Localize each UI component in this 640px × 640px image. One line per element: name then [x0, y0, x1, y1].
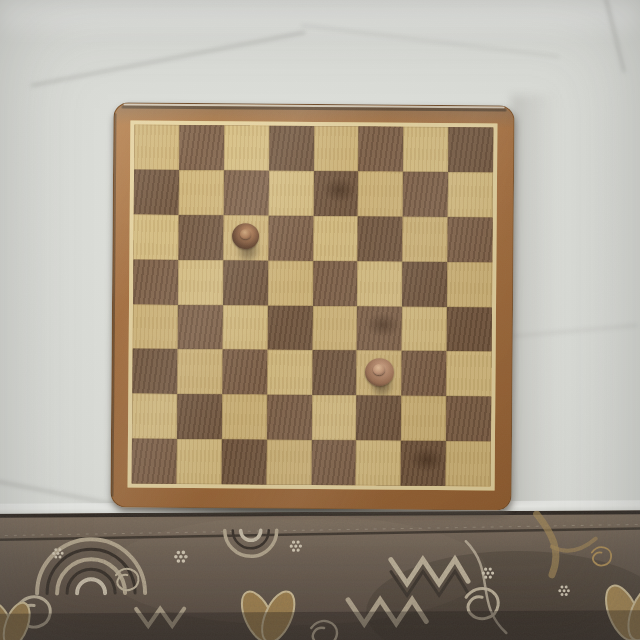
- board-square: [221, 439, 266, 484]
- board-square: [133, 304, 178, 349]
- board-square: [446, 351, 491, 396]
- board-square: [177, 349, 222, 394]
- board-square: [448, 127, 493, 172]
- board-square: [446, 441, 491, 486]
- board-square: [403, 172, 448, 217]
- board-square: [223, 170, 268, 215]
- board-square: [132, 394, 177, 439]
- board-square: [447, 217, 492, 262]
- sheet-shade-right-of-board: [511, 95, 557, 510]
- board-square: [177, 394, 222, 439]
- board-square: [402, 306, 447, 351]
- board-square: [178, 260, 223, 305]
- board-square: [401, 441, 446, 486]
- board-square: [314, 126, 359, 171]
- board-square: [222, 350, 267, 395]
- board-square: [447, 262, 492, 307]
- board-square: [222, 395, 267, 440]
- photo-scene: [0, 0, 640, 640]
- board-square: [402, 351, 447, 396]
- board-square: [132, 439, 177, 484]
- board-inlay-border: [128, 121, 498, 491]
- chessboard: [110, 102, 514, 510]
- board-square: [267, 305, 312, 350]
- board-square: [268, 215, 313, 260]
- board-square: [403, 127, 448, 172]
- chess-grid: [132, 125, 494, 487]
- board-square: [176, 439, 221, 484]
- board-square: [222, 305, 267, 350]
- board-square: [403, 216, 448, 261]
- board-square: [401, 396, 446, 441]
- board-square: [357, 351, 402, 396]
- couch-fabric: [0, 510, 640, 640]
- board-square: [356, 440, 401, 485]
- board-left-edge-shadow: [112, 113, 117, 496]
- board-square: [402, 261, 447, 306]
- sheet-fold: [0, 480, 118, 506]
- board-square: [358, 216, 403, 261]
- board-square: [134, 125, 179, 170]
- board-square: [446, 396, 491, 441]
- board-square: [268, 260, 313, 305]
- board-square: [357, 261, 402, 306]
- board-square: [448, 172, 493, 217]
- board-square: [267, 350, 312, 395]
- board-square: [178, 215, 223, 260]
- board-square: [311, 395, 356, 440]
- board-square: [132, 349, 177, 394]
- board-square: [313, 171, 358, 216]
- board-square: [313, 216, 358, 261]
- board-square: [223, 260, 268, 305]
- black-pawn: [232, 223, 259, 249]
- board-square: [133, 259, 178, 304]
- board-square: [312, 306, 357, 351]
- board-square: [224, 125, 269, 170]
- board-square: [269, 126, 314, 171]
- board-square: [179, 125, 224, 170]
- board-square: [268, 171, 313, 216]
- board-square: [358, 171, 403, 216]
- white-pawn: [365, 358, 394, 386]
- board-square: [357, 306, 402, 351]
- board-square: [356, 396, 401, 441]
- board-square: [312, 350, 357, 395]
- board-square: [313, 261, 358, 306]
- board-square: [447, 307, 492, 352]
- board-square: [133, 214, 178, 259]
- board-square: [267, 395, 312, 440]
- board-square: [266, 440, 311, 485]
- board-square: [134, 169, 179, 214]
- board-square: [223, 215, 268, 260]
- board-square: [358, 126, 403, 171]
- board-square: [178, 304, 223, 349]
- sheet-fold: [30, 31, 305, 86]
- board-square: [311, 440, 356, 485]
- board-square: [179, 170, 224, 215]
